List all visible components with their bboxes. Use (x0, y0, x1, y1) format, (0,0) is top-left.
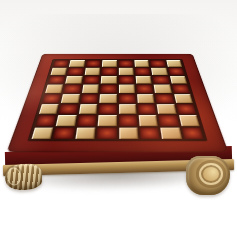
square-f2 (139, 115, 158, 126)
square-f3 (138, 104, 157, 114)
square-b8 (69, 60, 85, 67)
square-e3 (119, 104, 137, 114)
square-a3 (39, 104, 59, 114)
square-c2 (77, 115, 96, 126)
square-c6 (83, 76, 99, 84)
square-d1 (97, 127, 116, 139)
square-h8 (166, 60, 182, 67)
square-c7 (84, 68, 100, 75)
square-d3 (99, 104, 117, 114)
square-f1 (140, 127, 160, 139)
square-g3 (157, 104, 176, 114)
square-g5 (154, 85, 172, 93)
square-e6 (118, 76, 134, 84)
square-b2 (56, 115, 76, 126)
square-f4 (137, 94, 155, 103)
square-f7 (135, 68, 151, 75)
square-b7 (67, 68, 83, 75)
square-e7 (118, 68, 133, 75)
square-a5 (45, 85, 63, 93)
square-h2 (179, 115, 200, 126)
square-d5 (100, 85, 116, 93)
chess-board (7, 54, 229, 153)
square-a4 (42, 94, 61, 103)
square-e8 (118, 60, 133, 67)
square-b5 (63, 85, 81, 93)
square-h3 (176, 104, 196, 114)
square-g7 (151, 68, 167, 75)
square-d7 (101, 68, 116, 75)
square-a1 (32, 127, 54, 139)
brass-foot-left (4, 163, 42, 191)
brass-foot-right (186, 156, 230, 195)
square-d8 (102, 60, 117, 67)
square-h4 (174, 94, 193, 103)
square-b1 (53, 127, 74, 139)
square-c4 (80, 94, 98, 103)
square-a2 (35, 115, 56, 126)
square-d6 (101, 76, 117, 84)
square-e1 (119, 127, 138, 139)
square-c3 (79, 104, 98, 114)
square-a7 (50, 68, 67, 75)
square-b3 (59, 104, 78, 114)
square-c1 (75, 127, 95, 139)
square-g2 (159, 115, 179, 126)
square-a8 (53, 60, 69, 67)
square-h6 (170, 76, 187, 84)
square-g8 (150, 60, 166, 67)
square-c8 (86, 60, 101, 67)
square-h7 (168, 68, 185, 75)
square-e2 (119, 115, 138, 126)
square-g6 (153, 76, 170, 84)
square-f5 (136, 85, 153, 93)
square-d4 (99, 94, 116, 103)
square-e5 (118, 85, 134, 93)
square-c5 (82, 85, 99, 93)
square-d2 (98, 115, 117, 126)
square-h5 (172, 85, 190, 93)
board-grid (27, 59, 207, 141)
square-h1 (181, 127, 203, 139)
square-g4 (155, 94, 173, 103)
square-g1 (160, 127, 181, 139)
square-f6 (135, 76, 151, 84)
square-e4 (119, 94, 136, 103)
square-f8 (134, 60, 149, 67)
square-a6 (48, 76, 65, 84)
product-photo (0, 0, 237, 235)
square-b4 (61, 94, 79, 103)
square-b6 (66, 76, 83, 84)
